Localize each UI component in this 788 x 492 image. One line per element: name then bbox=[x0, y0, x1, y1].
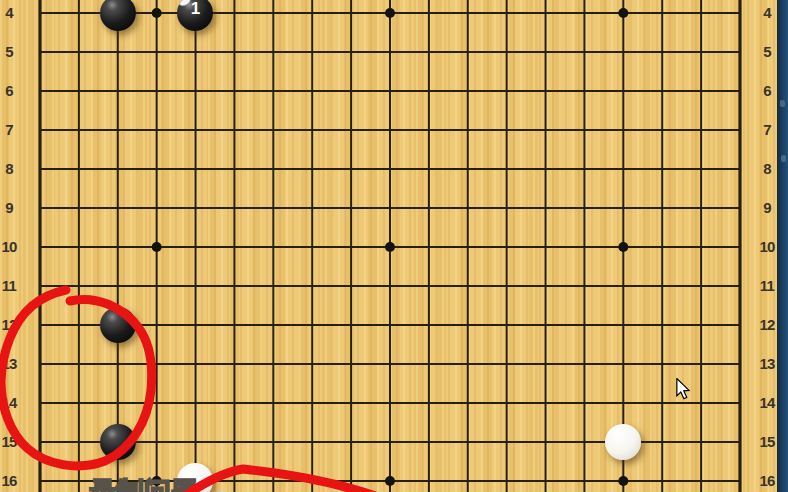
red-curve-annotation bbox=[183, 469, 378, 492]
mouse-cursor-icon bbox=[676, 378, 692, 400]
red-annotations bbox=[0, 0, 788, 492]
go-app-screen: 45678910111213141516 4567891011121314151… bbox=[0, 0, 788, 492]
red-circle-annotation bbox=[1, 290, 152, 466]
